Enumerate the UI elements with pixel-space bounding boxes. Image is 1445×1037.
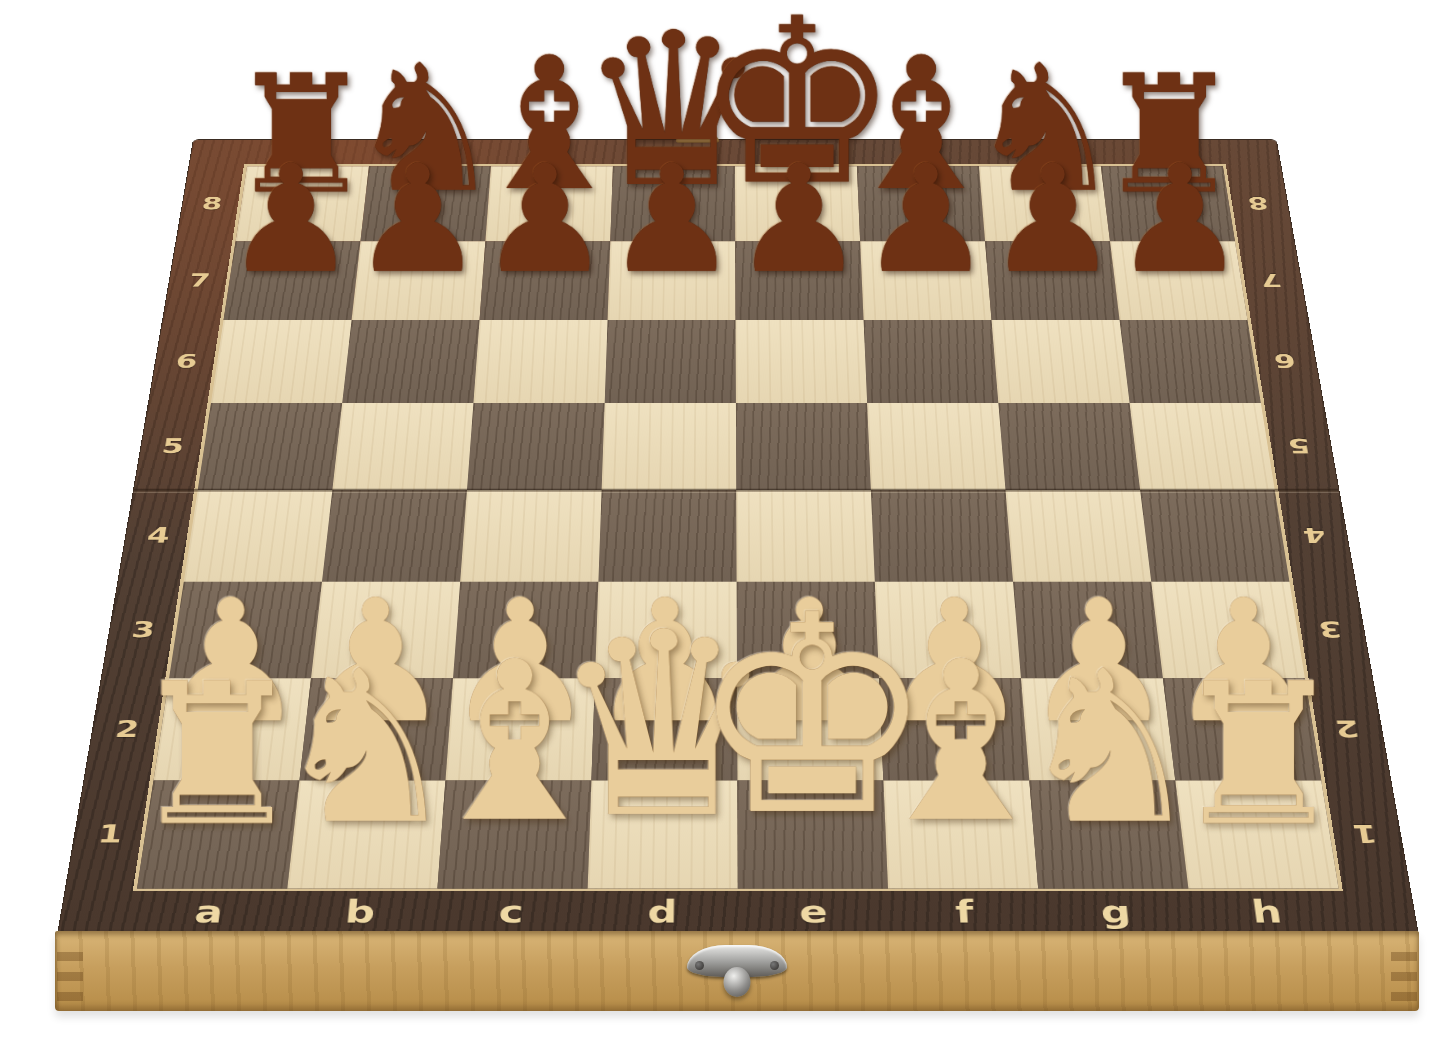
piece-black-pawn-f7[interactable]: ♟: [859, 146, 992, 295]
dovetail-joint-right: [1391, 941, 1417, 1001]
square-f5[interactable]: [867, 403, 1005, 490]
file-label-bottom-f: f: [888, 889, 1042, 935]
file-label-bottom-c: c: [434, 889, 588, 935]
clasp-screw-right: [770, 961, 779, 970]
piece-white-rook-h1[interactable]: ♜: [1171, 657, 1347, 853]
clasp-knob[interactable]: [724, 967, 751, 997]
square-g5[interactable]: [998, 403, 1140, 490]
square-h7[interactable]: ♟: [1110, 241, 1248, 320]
clasp-screw-left: [695, 961, 704, 970]
file-label-bottom-b: b: [282, 889, 437, 935]
box-side-panel: [55, 931, 1419, 1011]
square-c6[interactable]: [473, 320, 607, 403]
square-d7[interactable]: ♟: [608, 241, 736, 320]
piece-black-pawn-h7[interactable]: ♟: [1113, 146, 1246, 295]
square-c5[interactable]: [467, 403, 605, 490]
square-b7[interactable]: ♟: [352, 241, 486, 320]
square-h6[interactable]: [1120, 320, 1261, 403]
square-e5[interactable]: [736, 403, 871, 490]
square-c7[interactable]: ♟: [480, 241, 611, 320]
square-a5[interactable]: [198, 403, 342, 490]
square-h1[interactable]: ♜: [1175, 780, 1338, 888]
square-g1[interactable]: ♞: [1029, 780, 1188, 888]
file-label-bottom-g: g: [1038, 889, 1194, 935]
file-label-bottom-h: h: [1188, 889, 1346, 935]
clasp-latch[interactable]: [682, 937, 792, 1011]
piece-black-pawn-a7[interactable]: ♟: [224, 146, 357, 295]
piece-black-pawn-c7[interactable]: ♟: [478, 146, 611, 295]
piece-black-pawn-d7[interactable]: ♟: [605, 146, 738, 295]
square-a6[interactable]: [211, 320, 352, 403]
product-photo-scene: 87654321 87654321 abcdefgh ♜♞♝♛♚♝♞♜♟♟♟♟♟…: [0, 0, 1445, 1037]
square-f6[interactable]: [864, 320, 999, 403]
square-d6[interactable]: [605, 320, 736, 403]
board-grid: ♜♞♝♛♚♝♞♜♟♟♟♟♟♟♟♟♟♟♟♟♟♟♟♟♜♞♝♛♚♝♞♜: [137, 166, 1338, 888]
square-g6[interactable]: [992, 320, 1130, 403]
square-d5[interactable]: [602, 403, 737, 490]
piece-black-pawn-g7[interactable]: ♟: [986, 146, 1119, 295]
piece-black-pawn-b7[interactable]: ♟: [351, 146, 484, 295]
square-e7[interactable]: ♟: [735, 241, 863, 320]
file-label-bottom-e: e: [738, 889, 890, 935]
piece-black-pawn-e7[interactable]: ♟: [732, 146, 865, 295]
square-f7[interactable]: ♟: [860, 241, 991, 320]
square-b5[interactable]: [332, 403, 473, 490]
file-labels-bottom: abcdefgh: [130, 889, 1346, 935]
file-label-bottom-a: a: [130, 889, 287, 935]
square-a7[interactable]: ♟: [224, 241, 361, 320]
square-b6[interactable]: [342, 320, 479, 403]
square-h5[interactable]: [1130, 403, 1275, 490]
file-label-bottom-d: d: [586, 889, 738, 935]
square-g7[interactable]: ♟: [985, 241, 1119, 320]
square-e6[interactable]: [736, 320, 868, 403]
dovetail-joint-left: [57, 941, 83, 1001]
chess-board: 87654321 87654321 abcdefgh ♜♞♝♛♚♝♞♜♟♟♟♟♟…: [58, 140, 1418, 935]
